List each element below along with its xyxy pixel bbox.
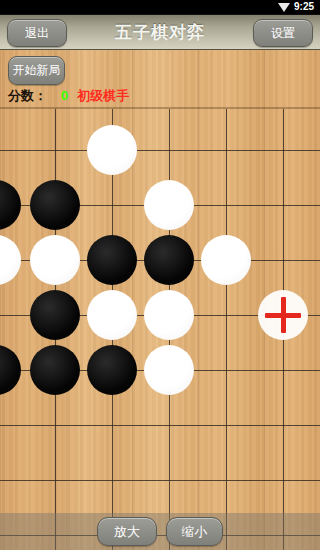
- score-line: 分数： 0 初级棋手: [8, 87, 308, 104]
- board-gridline-vertical: [226, 109, 227, 550]
- board-gridline-horizontal: [0, 425, 320, 426]
- stone-black: [0, 345, 21, 395]
- status-time: 9:25: [294, 0, 314, 14]
- stone-white: [201, 235, 251, 285]
- stone-black: [0, 180, 21, 230]
- stone-black: [30, 345, 80, 395]
- stone-white: [0, 235, 21, 285]
- stone-white: [144, 290, 194, 340]
- settings-button[interactable]: 设置: [253, 19, 313, 47]
- stone-white: [144, 180, 194, 230]
- board-gridline-horizontal: [0, 150, 320, 151]
- stone-black: [30, 290, 80, 340]
- exit-button[interactable]: 退出: [7, 19, 67, 47]
- stone-black: [144, 235, 194, 285]
- cross-vertical-bar: [281, 297, 286, 333]
- wifi-icon: [278, 3, 290, 12]
- score-value: 0: [61, 88, 68, 103]
- title-bar: 退出 五子棋对弈 设置: [0, 14, 320, 50]
- difficulty-level-label: 初级棋手: [77, 87, 129, 105]
- app-window: 9:25 退出 五子棋对弈 设置 开始新局 分数： 0 初级棋手 放大 缩小: [0, 0, 320, 550]
- stone-white: [87, 290, 137, 340]
- stone-black: [30, 180, 80, 230]
- new-game-button[interactable]: 开始新局: [8, 56, 65, 85]
- board-gridline-horizontal: [0, 480, 320, 481]
- zoom-in-button[interactable]: 放大: [97, 517, 157, 546]
- zoom-out-button[interactable]: 缩小: [166, 517, 223, 546]
- stone-white: [87, 125, 137, 175]
- stone-black: [87, 235, 137, 285]
- bottom-toolbar: 放大 缩小: [0, 513, 320, 550]
- status-bar: 9:25: [0, 0, 320, 14]
- stone-white: [144, 345, 194, 395]
- stone-white: [30, 235, 80, 285]
- wood-background: 开始新局 分数： 0 初级棋手 放大 缩小: [0, 50, 320, 550]
- cursor-cross-marker[interactable]: [258, 290, 308, 340]
- game-board[interactable]: [0, 107, 320, 550]
- page-title: 五子棋对弈: [115, 21, 205, 44]
- score-label: 分数：: [8, 87, 47, 105]
- stone-black: [87, 345, 137, 395]
